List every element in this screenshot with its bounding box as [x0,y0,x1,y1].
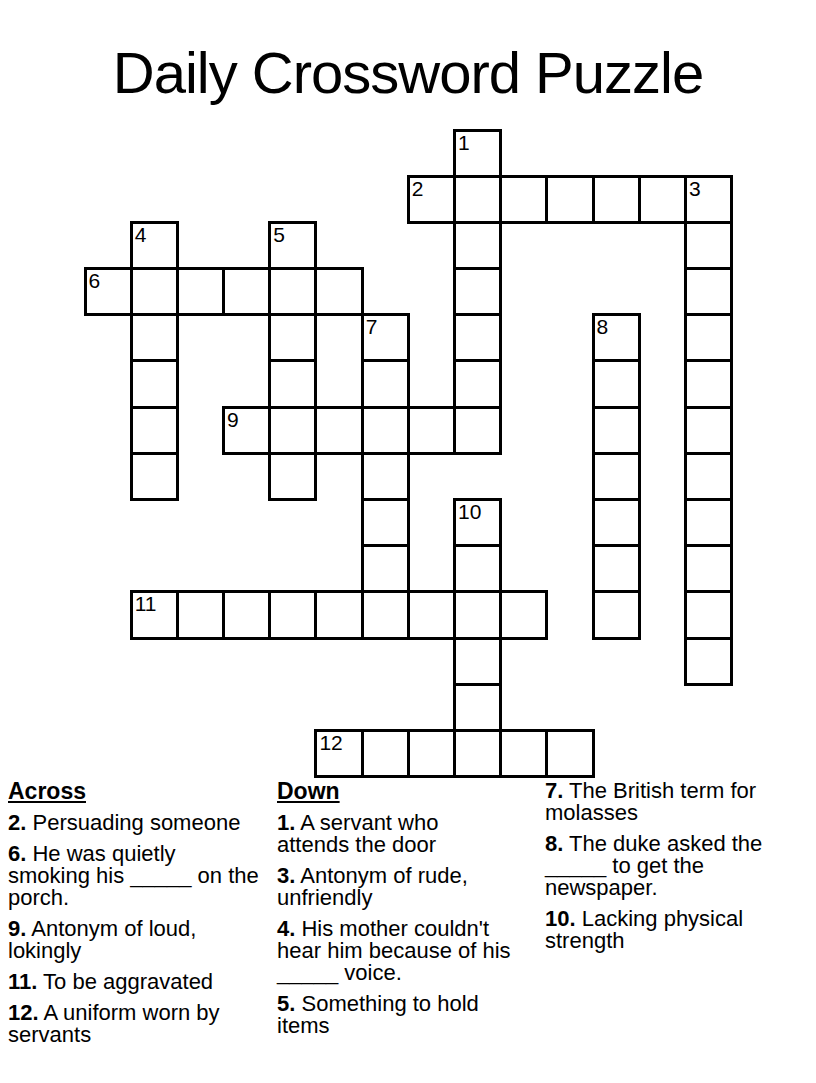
grid-cell[interactable] [314,267,363,316]
grid-cell[interactable] [684,267,733,316]
clue-text: His mother couldn't hear him because of … [277,916,511,985]
grid-cell[interactable] [684,359,733,408]
grid-cell[interactable] [222,267,271,316]
crossword-grid: 123456789101112 [85,130,732,777]
clue-text: Antonym of rude, unfriendly [277,863,468,910]
down-clues-column-2: 7. The British term for molasses8. The d… [545,780,809,952]
grid-cell[interactable] [453,359,502,408]
grid-cell[interactable] [684,452,733,501]
cell-number: 7 [366,316,378,338]
cell-number: 6 [89,270,101,292]
grid-cell[interactable]: 1 [453,129,502,178]
clue-item: 2. Persuading someone [8,812,261,834]
grid-cell[interactable] [453,267,502,316]
grid-cell[interactable] [453,590,502,639]
clue-item: 9. Antonym of loud, lokingly [8,918,261,962]
clue-item: 10. Lacking physical strength [545,908,809,952]
clue-text: The British term for molasses [545,778,756,825]
grid-cell[interactable] [314,406,363,455]
cell-number: 10 [458,501,481,523]
cell-number: 11 [135,593,157,615]
grid-cell[interactable] [130,359,179,408]
grid-cell[interactable] [453,637,502,686]
down-header: Down [277,780,530,803]
cell-number: 2 [412,178,424,200]
grid-cell[interactable] [453,683,502,732]
grid-cell[interactable]: 3 [684,175,733,224]
clue-text: Persuading someone [26,810,240,835]
grid-cell[interactable] [361,452,410,501]
clue-text: He was quietly smoking his _____ on the … [8,841,259,910]
across-clues-column: Across 2. Persuading someone6. He was qu… [8,780,261,1046]
grid-cell[interactable] [268,359,317,408]
grid-cell[interactable] [684,637,733,686]
grid-cell[interactable] [407,590,456,639]
grid-cell[interactable] [222,590,271,639]
grid-cell[interactable] [268,267,317,316]
clue-item: 3. Antonym of rude, unfriendly [277,865,530,909]
grid-cell[interactable] [268,452,317,501]
clue-text: The duke asked the _____ to get the news… [545,831,762,900]
grid-cell[interactable]: 11 [130,590,179,639]
clue-item: 1. A servant who attends the door [277,812,530,856]
clue-text: A uniform worn by servants [8,1000,220,1047]
grid-cell[interactable] [684,221,733,270]
grid-cell[interactable] [407,729,456,778]
cell-number: 5 [273,224,285,246]
grid-cell[interactable] [592,175,641,224]
grid-cell[interactable] [453,221,502,270]
grid-cell[interactable] [499,175,548,224]
grid-cell[interactable] [130,313,179,362]
clue-item: 8. The duke asked the _____ to get the n… [545,833,809,899]
grid-cell[interactable] [361,590,410,639]
grid-cell[interactable] [592,406,641,455]
grid-cell[interactable] [361,359,410,408]
page-title: Daily Crossword Puzzle [0,44,816,102]
grid-cell[interactable] [407,406,456,455]
grid-cell[interactable] [499,729,548,778]
grid-cell[interactable]: 5 [268,221,317,270]
cell-number: 1 [458,132,470,154]
grid-cell[interactable] [361,498,410,547]
grid-cell[interactable] [453,544,502,593]
grid-cell[interactable] [545,729,594,778]
clue-item: 5. Something to hold items [277,993,530,1037]
grid-cell[interactable] [545,175,594,224]
clue-text: A servant who attends the door [277,810,438,857]
clue-item: 11. To be aggravated [8,971,261,993]
grid-cell[interactable] [592,452,641,501]
clue-item: 12. A uniform worn by servants [8,1002,261,1046]
grid-cell[interactable] [638,175,687,224]
grid-cell[interactable] [684,498,733,547]
grid-cell[interactable] [130,452,179,501]
cell-number: 3 [689,178,701,200]
grid-cell[interactable]: 10 [453,498,502,547]
grid-cell[interactable]: 9 [222,406,271,455]
clue-number: 11. [8,969,37,994]
grid-cell[interactable] [361,729,410,778]
grid-cell[interactable] [453,729,502,778]
grid-cell[interactable] [592,590,641,639]
grid-cell[interactable] [499,590,548,639]
cell-number: 4 [135,224,147,246]
cell-number: 9 [227,409,239,431]
grid-cell[interactable] [268,406,317,455]
grid-cell[interactable] [592,359,641,408]
grid-cell[interactable]: 2 [407,175,456,224]
grid-cell[interactable]: 12 [314,729,363,778]
grid-cell[interactable] [130,267,179,316]
clue-number: 2. [8,810,26,835]
grid-cell[interactable] [314,590,363,639]
clue-text: Antonym of loud, lokingly [8,916,196,963]
grid-cell[interactable] [592,498,641,547]
cell-number: 12 [319,732,342,754]
grid-cell[interactable] [684,406,733,455]
clue-text: To be aggravated [37,969,213,994]
grid-cell[interactable] [268,590,317,639]
grid-cell[interactable] [592,544,641,593]
grid-cell[interactable] [268,313,317,362]
grid-cell[interactable] [453,313,502,362]
grid-cell[interactable] [176,590,225,639]
clue-item: 4. His mother couldn't hear him because … [277,918,530,984]
clue-text: Lacking physical strength [545,906,743,953]
grid-cell[interactable] [361,544,410,593]
across-header: Across [8,780,261,803]
grid-cell[interactable]: 6 [84,267,133,316]
grid-cell[interactable] [684,313,733,362]
grid-cell[interactable] [130,406,179,455]
grid-cell[interactable]: 4 [130,221,179,270]
grid-cell[interactable]: 7 [361,313,410,362]
cell-number: 8 [597,316,609,338]
clue-item: 6. He was quietly smoking his _____ on t… [8,843,261,909]
grid-cell[interactable] [176,267,225,316]
grid-cell[interactable] [361,406,410,455]
grid-cell[interactable] [684,590,733,639]
grid-cell[interactable] [453,406,502,455]
grid-cell[interactable] [453,175,502,224]
grid-cell[interactable]: 8 [592,313,641,362]
down-clues-column-1: Down 1. A servant who attends the door3.… [277,780,530,1037]
grid-cell[interactable] [684,544,733,593]
clue-text: Something to hold items [277,991,479,1038]
clue-item: 7. The British term for molasses [545,780,809,824]
